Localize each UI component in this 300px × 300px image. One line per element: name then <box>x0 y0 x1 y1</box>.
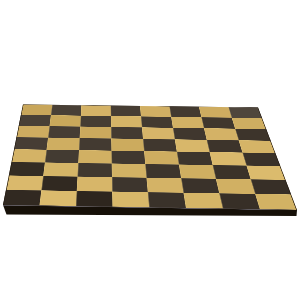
square-c6 <box>80 127 112 139</box>
square-d4 <box>111 151 145 164</box>
square-e5 <box>143 139 177 152</box>
square-f2 <box>181 178 219 193</box>
square-f6 <box>173 128 207 140</box>
square-b3 <box>43 162 78 176</box>
square-b7 <box>49 115 80 126</box>
square-e1 <box>148 192 186 208</box>
square-a6 <box>17 126 50 138</box>
square-f3 <box>179 164 216 178</box>
square-b6 <box>48 126 80 138</box>
square-a8 <box>21 105 52 116</box>
square-b4 <box>45 150 79 163</box>
square-b5 <box>46 138 79 151</box>
square-g8 <box>199 107 232 118</box>
square-g6 <box>204 128 239 140</box>
square-c1 <box>76 191 113 207</box>
square-g1 <box>219 193 260 209</box>
square-e3 <box>145 164 181 178</box>
square-e4 <box>144 151 179 164</box>
square-e6 <box>142 127 175 139</box>
product-photo <box>0 0 300 300</box>
square-a7 <box>19 115 51 126</box>
square-h1 <box>255 194 297 210</box>
square-d8 <box>111 106 141 117</box>
square-c7 <box>80 116 111 127</box>
square-a3 <box>9 162 45 176</box>
square-b2 <box>41 176 77 191</box>
square-f8 <box>169 106 201 117</box>
square-a2 <box>6 175 43 190</box>
square-a5 <box>14 137 48 150</box>
square-e8 <box>140 106 171 117</box>
square-a4 <box>12 149 47 162</box>
square-a1 <box>3 190 41 206</box>
square-f4 <box>177 152 213 165</box>
square-e7 <box>141 116 173 127</box>
square-h5 <box>239 140 276 153</box>
square-g2 <box>216 179 255 194</box>
square-h6 <box>235 129 271 141</box>
square-d7 <box>111 116 142 127</box>
square-e2 <box>146 178 183 193</box>
square-f7 <box>171 117 204 128</box>
square-b8 <box>51 105 82 116</box>
square-c5 <box>79 138 112 151</box>
square-h8 <box>228 107 262 118</box>
square-f1 <box>183 193 222 209</box>
square-f5 <box>175 139 210 152</box>
square-g4 <box>209 152 246 165</box>
square-d1 <box>112 192 149 208</box>
chess-board <box>3 105 297 210</box>
square-c2 <box>77 177 112 192</box>
square-d3 <box>112 163 147 177</box>
square-d2 <box>112 177 148 192</box>
square-c8 <box>81 105 111 116</box>
square-d5 <box>111 138 144 151</box>
square-c4 <box>78 150 111 163</box>
square-h3 <box>246 166 285 180</box>
square-g3 <box>213 165 251 179</box>
square-b1 <box>39 190 76 206</box>
square-g7 <box>201 117 235 128</box>
square-h2 <box>251 179 291 194</box>
square-h7 <box>232 118 267 129</box>
square-g5 <box>207 140 243 153</box>
square-h4 <box>242 153 280 166</box>
square-d6 <box>111 127 143 139</box>
square-c3 <box>77 163 111 177</box>
